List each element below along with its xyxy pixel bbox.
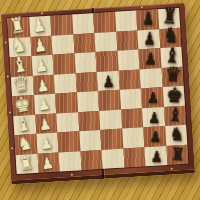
square-h3[interactable] [58,151,81,172]
square-b3[interactable] [51,34,74,55]
brass-pin [7,75,9,77]
square-e2[interactable]: ♟ [33,94,56,115]
square-g6[interactable] [122,127,145,148]
photo-scene: ♜♟♟♜♞♟♟♞♝♟♟♝♛♟♟♛♚♟♟♚♝♟♟♝♞♟♟♞♜♟♟♜ [0,0,200,200]
piece-white-rook-h1[interactable]: ♜ [17,154,34,174]
piece-white-pawn-b2[interactable]: ♟ [33,36,48,55]
square-a3[interactable] [50,14,73,35]
brass-pin [5,41,7,43]
square-d3[interactable] [54,73,77,94]
brass-pin [9,111,11,113]
square-h7[interactable]: ♟ [144,145,167,166]
piece-white-pawn-f2[interactable]: ♟ [38,117,52,134]
square-h8[interactable]: ♜ [166,144,189,165]
piece-black-pawn-f7[interactable]: ♟ [148,111,161,126]
square-b2[interactable]: ♟ [30,35,53,56]
piece-white-pawn-g2[interactable]: ♟ [39,136,53,153]
square-g5[interactable] [100,129,123,150]
piece-white-pawn-d2[interactable]: ♟ [36,77,50,94]
square-d5[interactable]: ♟ [97,70,120,91]
chess-board: ♜♟♟♜♞♟♟♞♝♟♟♝♛♟♟♛♚♟♟♚♝♟♟♝♞♟♟♞♜♟♟♜ [1,3,195,185]
piece-black-pawn-c7[interactable]: ♟ [144,51,157,68]
square-d2[interactable]: ♟ [32,74,55,95]
square-f5[interactable] [99,109,122,130]
brass-pin [71,174,73,176]
square-b6[interactable] [116,30,139,51]
piece-black-knight-g8[interactable]: ♞ [169,125,185,144]
piece-black-pawn-b7[interactable]: ♟ [143,30,156,48]
square-b4[interactable] [73,33,96,54]
square-b7[interactable]: ♟ [137,29,160,50]
square-c3[interactable] [53,53,76,74]
square-a5[interactable] [93,12,116,33]
piece-white-pawn-c2[interactable]: ♟ [35,57,49,75]
square-a4[interactable] [72,13,95,34]
brass-pin [171,168,173,170]
board-grid: ♜♟♟♜♞♟♟♞♝♟♟♝♛♟♟♛♚♟♟♚♝♟♟♝♞♟♟♞♜♟♟♜ [7,8,188,174]
piece-black-pawn-d5[interactable]: ♟ [102,74,115,90]
square-g2[interactable]: ♟ [36,133,59,154]
square-c5[interactable] [95,51,118,72]
square-e7[interactable]: ♟ [141,87,164,108]
square-f4[interactable] [78,110,101,131]
square-h4[interactable] [80,149,103,170]
square-e4[interactable] [76,91,99,112]
square-b5[interactable] [94,31,117,52]
piece-black-pawn-g7[interactable]: ♟ [149,130,162,145]
square-f2[interactable]: ♟ [35,113,58,134]
square-c6[interactable] [117,49,140,70]
brass-pin [11,147,13,149]
square-h1[interactable]: ♜ [16,153,39,174]
square-g3[interactable] [57,131,80,152]
piece-black-pawn-a7[interactable]: ♟ [142,10,155,29]
square-f7[interactable]: ♟ [142,107,165,128]
square-d7[interactable] [140,68,163,89]
square-h5[interactable] [101,148,124,169]
square-c4[interactable] [74,52,97,73]
square-d6[interactable] [118,69,141,90]
square-a2[interactable]: ♟ [29,16,52,37]
square-h2[interactable]: ♟ [37,152,60,173]
square-e5[interactable] [98,90,121,111]
square-f6[interactable] [120,108,143,129]
piece-white-pawn-h2[interactable]: ♟ [41,156,55,173]
piece-black-pawn-h7[interactable]: ♟ [150,150,163,165]
square-c7[interactable]: ♟ [138,48,161,69]
square-f3[interactable] [56,112,79,133]
piece-black-pawn-e7[interactable]: ♟ [147,91,160,106]
square-a6[interactable] [115,11,138,32]
square-g7[interactable]: ♟ [143,126,166,147]
square-e6[interactable] [119,88,142,109]
square-c2[interactable]: ♟ [31,55,54,76]
square-g4[interactable] [79,130,102,151]
square-d4[interactable] [75,72,98,93]
square-e3[interactable] [55,92,78,113]
square-h6[interactable] [123,147,146,168]
piece-white-pawn-e2[interactable]: ♟ [37,97,51,114]
piece-black-rook-h8[interactable]: ♜ [171,145,186,164]
square-a7[interactable]: ♟ [136,9,159,30]
